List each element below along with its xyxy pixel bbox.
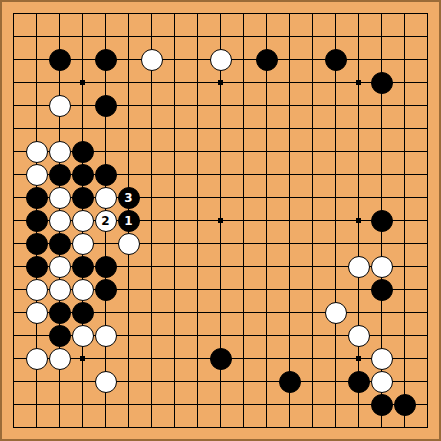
intersection	[347, 25, 370, 48]
intersection	[416, 48, 439, 71]
intersection	[2, 347, 25, 370]
intersection	[186, 347, 209, 370]
intersection	[209, 186, 232, 209]
white-stone	[26, 164, 48, 186]
intersection	[255, 117, 278, 140]
intersection	[255, 186, 278, 209]
intersection	[232, 94, 255, 117]
intersection	[186, 94, 209, 117]
intersection	[278, 2, 301, 25]
intersection	[140, 94, 163, 117]
intersection	[140, 48, 163, 71]
intersection	[186, 48, 209, 71]
intersection	[278, 324, 301, 347]
intersection	[232, 117, 255, 140]
intersection	[71, 301, 94, 324]
intersection	[117, 140, 140, 163]
intersection	[232, 278, 255, 301]
intersection	[186, 140, 209, 163]
intersection	[255, 393, 278, 416]
intersection	[209, 370, 232, 393]
intersection	[25, 71, 48, 94]
black-stone	[95, 49, 117, 71]
intersection	[370, 25, 393, 48]
intersection	[347, 186, 370, 209]
white-stone	[49, 279, 71, 301]
intersection	[209, 163, 232, 186]
intersection	[301, 370, 324, 393]
intersection	[393, 278, 416, 301]
black-stone	[72, 187, 94, 209]
intersection	[209, 416, 232, 439]
move-3-black-stone: 3	[118, 187, 140, 209]
black-stone	[72, 302, 94, 324]
intersection	[347, 232, 370, 255]
black-stone	[371, 210, 393, 232]
intersection	[324, 48, 347, 71]
intersection	[94, 2, 117, 25]
white-stone	[72, 233, 94, 255]
white-stone	[72, 325, 94, 347]
intersection	[94, 347, 117, 370]
intersection	[140, 2, 163, 25]
intersection	[186, 278, 209, 301]
intersection	[209, 71, 232, 94]
intersection	[370, 393, 393, 416]
intersection	[301, 416, 324, 439]
intersection	[393, 324, 416, 347]
intersection	[25, 140, 48, 163]
intersection	[370, 186, 393, 209]
intersection	[393, 140, 416, 163]
black-stone	[49, 302, 71, 324]
intersection	[25, 301, 48, 324]
intersection	[163, 140, 186, 163]
move-2-white-stone: 2	[95, 210, 117, 232]
white-stone	[210, 49, 232, 71]
intersection	[232, 2, 255, 25]
intersection	[117, 324, 140, 347]
intersection	[48, 209, 71, 232]
intersection	[25, 94, 48, 117]
intersection	[71, 163, 94, 186]
intersection	[255, 232, 278, 255]
intersection	[416, 278, 439, 301]
intersection	[278, 370, 301, 393]
white-stone	[371, 256, 393, 278]
intersection	[163, 25, 186, 48]
intersection	[140, 25, 163, 48]
move-1-black-stone: 1	[118, 210, 140, 232]
intersection	[71, 2, 94, 25]
intersection	[393, 255, 416, 278]
intersection	[2, 393, 25, 416]
intersection	[140, 232, 163, 255]
intersection	[94, 278, 117, 301]
intersection	[71, 186, 94, 209]
intersection	[2, 278, 25, 301]
intersection	[163, 324, 186, 347]
black-stone	[49, 49, 71, 71]
black-stone	[95, 95, 117, 117]
intersection	[301, 163, 324, 186]
intersection	[301, 25, 324, 48]
intersection	[209, 140, 232, 163]
intersection	[347, 393, 370, 416]
intersection	[140, 324, 163, 347]
intersection	[94, 324, 117, 347]
intersection	[209, 117, 232, 140]
black-stone	[26, 210, 48, 232]
intersection	[416, 186, 439, 209]
intersection	[416, 117, 439, 140]
intersection	[25, 278, 48, 301]
black-stone	[26, 233, 48, 255]
intersection	[2, 163, 25, 186]
intersection	[370, 301, 393, 324]
intersection	[347, 140, 370, 163]
intersection	[324, 347, 347, 370]
intersection	[163, 209, 186, 232]
intersection	[278, 416, 301, 439]
intersection	[71, 232, 94, 255]
go-board: 321	[0, 0, 441, 441]
intersection	[94, 163, 117, 186]
intersection	[232, 393, 255, 416]
intersection	[209, 393, 232, 416]
intersection	[71, 209, 94, 232]
white-stone	[95, 371, 117, 393]
intersection	[140, 301, 163, 324]
intersection	[232, 255, 255, 278]
intersection	[278, 163, 301, 186]
intersection	[301, 393, 324, 416]
intersection	[25, 347, 48, 370]
intersection: 1	[117, 209, 140, 232]
intersection	[2, 255, 25, 278]
black-stone	[394, 394, 416, 416]
intersection	[117, 232, 140, 255]
intersection	[393, 117, 416, 140]
intersection	[48, 94, 71, 117]
intersection	[163, 186, 186, 209]
black-stone	[95, 164, 117, 186]
intersection	[209, 25, 232, 48]
white-stone	[49, 95, 71, 117]
intersection	[255, 48, 278, 71]
intersection	[232, 71, 255, 94]
intersection	[370, 117, 393, 140]
intersection	[48, 416, 71, 439]
intersection	[186, 117, 209, 140]
intersection	[25, 232, 48, 255]
white-stone	[141, 49, 163, 71]
black-stone	[279, 371, 301, 393]
intersection	[117, 393, 140, 416]
intersection	[163, 94, 186, 117]
intersection	[370, 232, 393, 255]
intersection	[370, 209, 393, 232]
intersection	[255, 25, 278, 48]
intersection	[255, 301, 278, 324]
intersection	[232, 140, 255, 163]
intersection	[347, 48, 370, 71]
intersection	[48, 347, 71, 370]
intersection	[2, 416, 25, 439]
intersection	[48, 186, 71, 209]
intersection	[186, 163, 209, 186]
intersection	[48, 278, 71, 301]
intersection	[2, 370, 25, 393]
intersection	[209, 255, 232, 278]
intersection	[117, 255, 140, 278]
intersection	[117, 25, 140, 48]
intersection	[301, 94, 324, 117]
intersection	[117, 301, 140, 324]
intersection	[94, 25, 117, 48]
black-stone	[371, 72, 393, 94]
intersection	[209, 324, 232, 347]
intersection	[94, 416, 117, 439]
intersection	[255, 163, 278, 186]
intersection	[232, 163, 255, 186]
intersection	[370, 370, 393, 393]
intersection	[71, 370, 94, 393]
white-stone	[371, 348, 393, 370]
intersection	[94, 255, 117, 278]
intersection	[278, 25, 301, 48]
intersection	[324, 324, 347, 347]
intersection	[25, 255, 48, 278]
white-stone	[49, 210, 71, 232]
intersection	[370, 347, 393, 370]
intersection	[370, 324, 393, 347]
intersection	[94, 71, 117, 94]
intersection	[416, 255, 439, 278]
white-stone	[26, 279, 48, 301]
intersection	[416, 324, 439, 347]
intersection	[324, 393, 347, 416]
intersection	[393, 393, 416, 416]
intersection	[48, 2, 71, 25]
white-stone	[72, 279, 94, 301]
intersection	[278, 393, 301, 416]
intersection	[186, 416, 209, 439]
intersection	[370, 48, 393, 71]
intersection	[416, 140, 439, 163]
intersection	[117, 370, 140, 393]
black-stone	[72, 256, 94, 278]
intersection	[163, 48, 186, 71]
intersection	[25, 209, 48, 232]
black-stone	[95, 256, 117, 278]
intersection	[393, 370, 416, 393]
intersection	[94, 301, 117, 324]
intersection	[140, 163, 163, 186]
intersection	[324, 209, 347, 232]
intersection	[140, 347, 163, 370]
intersection	[255, 370, 278, 393]
intersection	[347, 347, 370, 370]
intersection	[2, 48, 25, 71]
intersection	[393, 2, 416, 25]
intersection	[140, 255, 163, 278]
intersection	[416, 2, 439, 25]
intersection	[71, 255, 94, 278]
intersection	[25, 25, 48, 48]
intersection	[255, 94, 278, 117]
black-stone	[348, 371, 370, 393]
intersection	[324, 94, 347, 117]
intersection	[117, 48, 140, 71]
intersection	[94, 48, 117, 71]
intersection	[117, 347, 140, 370]
intersection	[48, 255, 71, 278]
intersection	[370, 416, 393, 439]
intersection	[2, 186, 25, 209]
white-stone	[26, 141, 48, 163]
intersection	[301, 71, 324, 94]
intersection	[255, 347, 278, 370]
intersection	[416, 301, 439, 324]
intersection	[25, 48, 48, 71]
intersection	[94, 370, 117, 393]
intersection	[347, 324, 370, 347]
intersection	[71, 416, 94, 439]
intersection	[324, 117, 347, 140]
intersection	[140, 140, 163, 163]
intersection	[324, 71, 347, 94]
intersection	[163, 416, 186, 439]
intersection	[416, 25, 439, 48]
intersection	[278, 186, 301, 209]
intersection	[48, 25, 71, 48]
white-stone	[49, 141, 71, 163]
intersection	[186, 209, 209, 232]
intersection	[393, 186, 416, 209]
intersection	[232, 48, 255, 71]
intersection	[48, 140, 71, 163]
white-stone	[49, 187, 71, 209]
intersection	[370, 140, 393, 163]
intersection	[347, 117, 370, 140]
white-stone	[95, 325, 117, 347]
intersection	[2, 117, 25, 140]
intersection	[393, 94, 416, 117]
intersection	[186, 71, 209, 94]
intersection	[393, 25, 416, 48]
intersection	[48, 301, 71, 324]
black-stone	[49, 325, 71, 347]
intersection	[255, 324, 278, 347]
intersection	[301, 48, 324, 71]
intersection	[347, 416, 370, 439]
intersection	[416, 94, 439, 117]
intersection	[163, 393, 186, 416]
intersection	[255, 278, 278, 301]
intersection	[324, 301, 347, 324]
intersection	[278, 48, 301, 71]
black-stone	[371, 279, 393, 301]
intersection	[117, 278, 140, 301]
intersection	[186, 2, 209, 25]
intersection	[278, 232, 301, 255]
intersection	[393, 209, 416, 232]
intersection	[255, 416, 278, 439]
black-stone	[325, 49, 347, 71]
intersection	[278, 255, 301, 278]
intersection	[94, 140, 117, 163]
white-stone	[72, 210, 94, 232]
intersection	[301, 140, 324, 163]
black-stone	[95, 279, 117, 301]
intersection	[140, 186, 163, 209]
intersection	[2, 25, 25, 48]
intersection	[232, 232, 255, 255]
intersection	[393, 48, 416, 71]
intersection	[94, 393, 117, 416]
intersection	[347, 301, 370, 324]
intersection	[324, 278, 347, 301]
intersection	[301, 278, 324, 301]
intersection	[163, 232, 186, 255]
intersection	[94, 232, 117, 255]
intersection	[209, 48, 232, 71]
intersection	[278, 71, 301, 94]
intersection	[232, 324, 255, 347]
intersection	[25, 393, 48, 416]
intersection	[25, 186, 48, 209]
intersection	[117, 94, 140, 117]
intersection	[117, 2, 140, 25]
intersection	[186, 232, 209, 255]
intersection	[278, 209, 301, 232]
intersection	[25, 370, 48, 393]
intersection	[2, 209, 25, 232]
intersection	[186, 186, 209, 209]
intersection	[324, 163, 347, 186]
intersection	[301, 186, 324, 209]
intersection	[71, 117, 94, 140]
intersection	[324, 232, 347, 255]
white-stone	[26, 302, 48, 324]
white-stone	[26, 348, 48, 370]
intersection	[25, 416, 48, 439]
intersection	[393, 163, 416, 186]
intersection	[347, 163, 370, 186]
intersection	[163, 301, 186, 324]
intersection	[48, 393, 71, 416]
intersection	[71, 25, 94, 48]
intersection	[48, 163, 71, 186]
intersection	[209, 278, 232, 301]
intersection	[163, 255, 186, 278]
intersection	[232, 370, 255, 393]
black-stone	[210, 348, 232, 370]
intersection	[301, 117, 324, 140]
intersection	[301, 232, 324, 255]
intersection	[94, 117, 117, 140]
white-stone	[118, 233, 140, 255]
intersection	[209, 232, 232, 255]
black-stone	[49, 233, 71, 255]
intersection	[209, 94, 232, 117]
intersection	[416, 163, 439, 186]
intersection	[301, 2, 324, 25]
intersection	[25, 163, 48, 186]
intersection	[255, 255, 278, 278]
board-grid: 321	[2, 2, 439, 439]
